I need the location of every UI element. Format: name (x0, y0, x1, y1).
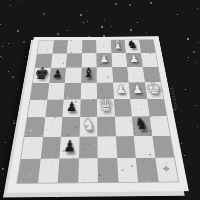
square-c2: ♟ (59, 137, 79, 159)
square-b1 (38, 159, 60, 183)
piece-black-pawn-c2: ♟ (63, 138, 76, 154)
piece-white-pawn-f5: ♟ (116, 83, 127, 95)
square-b4 (45, 99, 64, 117)
square-e4: ♛ (97, 99, 115, 117)
square-a4 (28, 99, 47, 117)
piece-white-pawn-g7: ♟ (129, 53, 140, 63)
square-c8 (67, 40, 82, 53)
square-c5 (64, 83, 81, 100)
square-h3 (149, 116, 170, 136)
square-e6 (97, 67, 113, 82)
square-d8 (82, 40, 97, 53)
square-a2 (21, 137, 43, 159)
piece-black-knight-g8: ♞ (126, 40, 138, 51)
piece-white-queen-e4: ♛ (98, 97, 113, 115)
square-f8: ♝ (110, 40, 125, 53)
square-d5 (80, 82, 97, 99)
square-e3 (97, 117, 115, 137)
square-a5 (30, 83, 49, 100)
square-f3 (115, 117, 134, 137)
square-c7 (66, 53, 82, 67)
piece-black-pawn-c4: ♟ (66, 100, 78, 113)
square-c3 (61, 117, 80, 137)
piece-white-king-h5: ♚ (145, 80, 163, 97)
square-a3 (24, 117, 44, 137)
square-h4 (147, 98, 167, 116)
piece-white-knight-d3: ♞ (82, 117, 95, 133)
square-h2 (152, 136, 174, 158)
square-a6: ♚ (33, 68, 51, 83)
piece-white-pawn-g5: ♟ (132, 83, 144, 95)
square-f1 (117, 158, 138, 182)
square-h7 (141, 53, 158, 67)
piece-black-pawn-b6: ♟ (52, 68, 63, 79)
square-b2 (40, 137, 61, 159)
square-c4: ♟ (62, 99, 80, 117)
board-corner-ornament-icon: ❖ (162, 166, 171, 173)
square-b5 (47, 83, 65, 100)
square-f6 (112, 67, 129, 82)
square-b7 (51, 53, 67, 67)
square-f7 (111, 53, 127, 67)
square-e8 (96, 40, 111, 53)
piece-white-pawn-e7: ♟ (99, 54, 109, 64)
square-e2 (97, 137, 116, 159)
square-f2 (116, 136, 136, 158)
square-d6: ♝ (81, 67, 97, 82)
piece-black-king-a6: ♚ (34, 65, 50, 81)
square-h5: ♚ (145, 82, 164, 99)
square-f5: ♟ (113, 82, 130, 99)
piece-black-bishop-d6: ♝ (83, 66, 95, 79)
square-c1 (58, 158, 79, 182)
chess-board: ♝♞♟♟♚♟♝♟♟♚♟♛♞♞♟❖ (7, 36, 189, 193)
square-d1 (78, 158, 98, 182)
square-d2 (79, 137, 98, 159)
square-f4 (114, 99, 132, 117)
square-e7: ♟ (96, 53, 111, 67)
square-a8 (37, 40, 53, 53)
square-d3: ♞ (79, 117, 97, 137)
chessboard-photo: ♝♞♟♟♚♟♝♟♟♚♟♛♞♞♟❖ (0, 0, 200, 200)
square-h8 (139, 40, 155, 53)
square-b3 (43, 117, 63, 137)
piece-white-bishop-f8: ♝ (112, 39, 124, 50)
square-c6 (65, 67, 81, 82)
square-b6: ♟ (49, 67, 66, 82)
square-b8 (52, 40, 68, 53)
square-h1: ❖ (155, 158, 178, 182)
square-a1 (17, 159, 40, 183)
piece-black-knight-g3: ♞ (134, 116, 149, 132)
board-grid: ♝♞♟♟♚♟♝♟♟♚♟♛♞♞♟❖ (17, 40, 178, 183)
square-e1 (98, 158, 118, 182)
